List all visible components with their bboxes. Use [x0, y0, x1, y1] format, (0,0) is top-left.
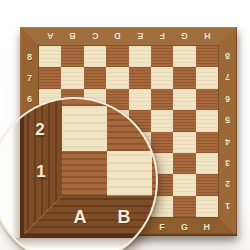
- square-b8: [61, 46, 83, 67]
- square-e7: [129, 67, 151, 88]
- magnified-board-shadow-left: [11, 99, 20, 238]
- square-f5: [151, 110, 173, 131]
- square-g7: [173, 67, 195, 88]
- square-c7: [84, 67, 106, 88]
- square-f8: [151, 46, 173, 67]
- square-b7: [61, 67, 83, 88]
- rank-label-right-5: 5: [218, 110, 237, 131]
- rank-label-right-2: 2: [218, 174, 237, 195]
- rank-label-left-7: 7: [20, 67, 39, 88]
- square-h2: [196, 174, 218, 195]
- square-c8: [84, 46, 106, 67]
- product-photo: ABCDEFGH ABCDEFGH 87654321 87654321 2 1 …: [0, 0, 250, 250]
- square-a7: [39, 67, 61, 88]
- square-g2: [173, 174, 195, 195]
- file-label-top-a: A: [39, 27, 61, 46]
- square-g4: [173, 132, 195, 153]
- file-label-top-g: G: [173, 27, 195, 46]
- rank-label-right-4: 4: [218, 132, 237, 153]
- square-g3: [173, 153, 195, 174]
- file-label-top-c: C: [84, 27, 106, 46]
- square-f6: [151, 89, 173, 110]
- square-e6: [129, 89, 151, 110]
- square-g6: [173, 89, 195, 110]
- magnified-board-shadow-bottom: [16, 238, 156, 249]
- square-g1: [173, 196, 195, 217]
- magnifier-rank-label-1: 1: [36, 162, 45, 182]
- magnified-board-edge-left: [20, 99, 24, 235]
- file-label-bottom-f: F: [151, 217, 173, 236]
- square-e8: [129, 46, 151, 67]
- magnifier-file-label-a: A: [74, 207, 87, 228]
- square-h1: [196, 196, 218, 217]
- square-h6: [196, 89, 218, 110]
- square-h8: [196, 46, 218, 67]
- file-label-bottom-g: G: [173, 217, 195, 236]
- square-h3: [196, 153, 218, 174]
- square-g5: [173, 110, 195, 131]
- file-label-top-h: H: [196, 27, 218, 46]
- magnified-frame-seam-horizontal: [62, 195, 156, 196]
- square-h7: [196, 67, 218, 88]
- rank-labels-right: 87654321: [218, 46, 237, 217]
- rank-label-right-3: 3: [218, 153, 237, 174]
- magnifier-rank-label-2: 2: [35, 120, 44, 140]
- square-f7: [151, 67, 173, 88]
- square-g8: [173, 46, 195, 67]
- rank-label-right-6: 6: [218, 89, 237, 110]
- rank-label-right-7: 7: [218, 67, 237, 88]
- magnifier-content: 2 1 A B: [0, 99, 156, 250]
- file-label-top-d: D: [106, 27, 128, 46]
- square-a8: [39, 46, 61, 67]
- file-label-top-e: E: [129, 27, 151, 46]
- rank-label-right-8: 8: [218, 46, 237, 67]
- square-d8: [106, 46, 128, 67]
- file-label-top-b: B: [61, 27, 83, 46]
- square-d7: [106, 67, 128, 88]
- file-labels-top: ABCDEFGH: [39, 27, 218, 46]
- magnifier-file-label-b: B: [118, 207, 131, 228]
- rank-label-left-8: 8: [20, 46, 39, 67]
- magnified-square-a1: [62, 151, 107, 196]
- file-label-bottom-h: H: [196, 217, 218, 236]
- rank-label-right-1: 1: [218, 196, 237, 217]
- square-f4: [151, 132, 173, 153]
- file-label-top-f: F: [151, 27, 173, 46]
- square-h4: [196, 132, 218, 153]
- square-h5: [196, 110, 218, 131]
